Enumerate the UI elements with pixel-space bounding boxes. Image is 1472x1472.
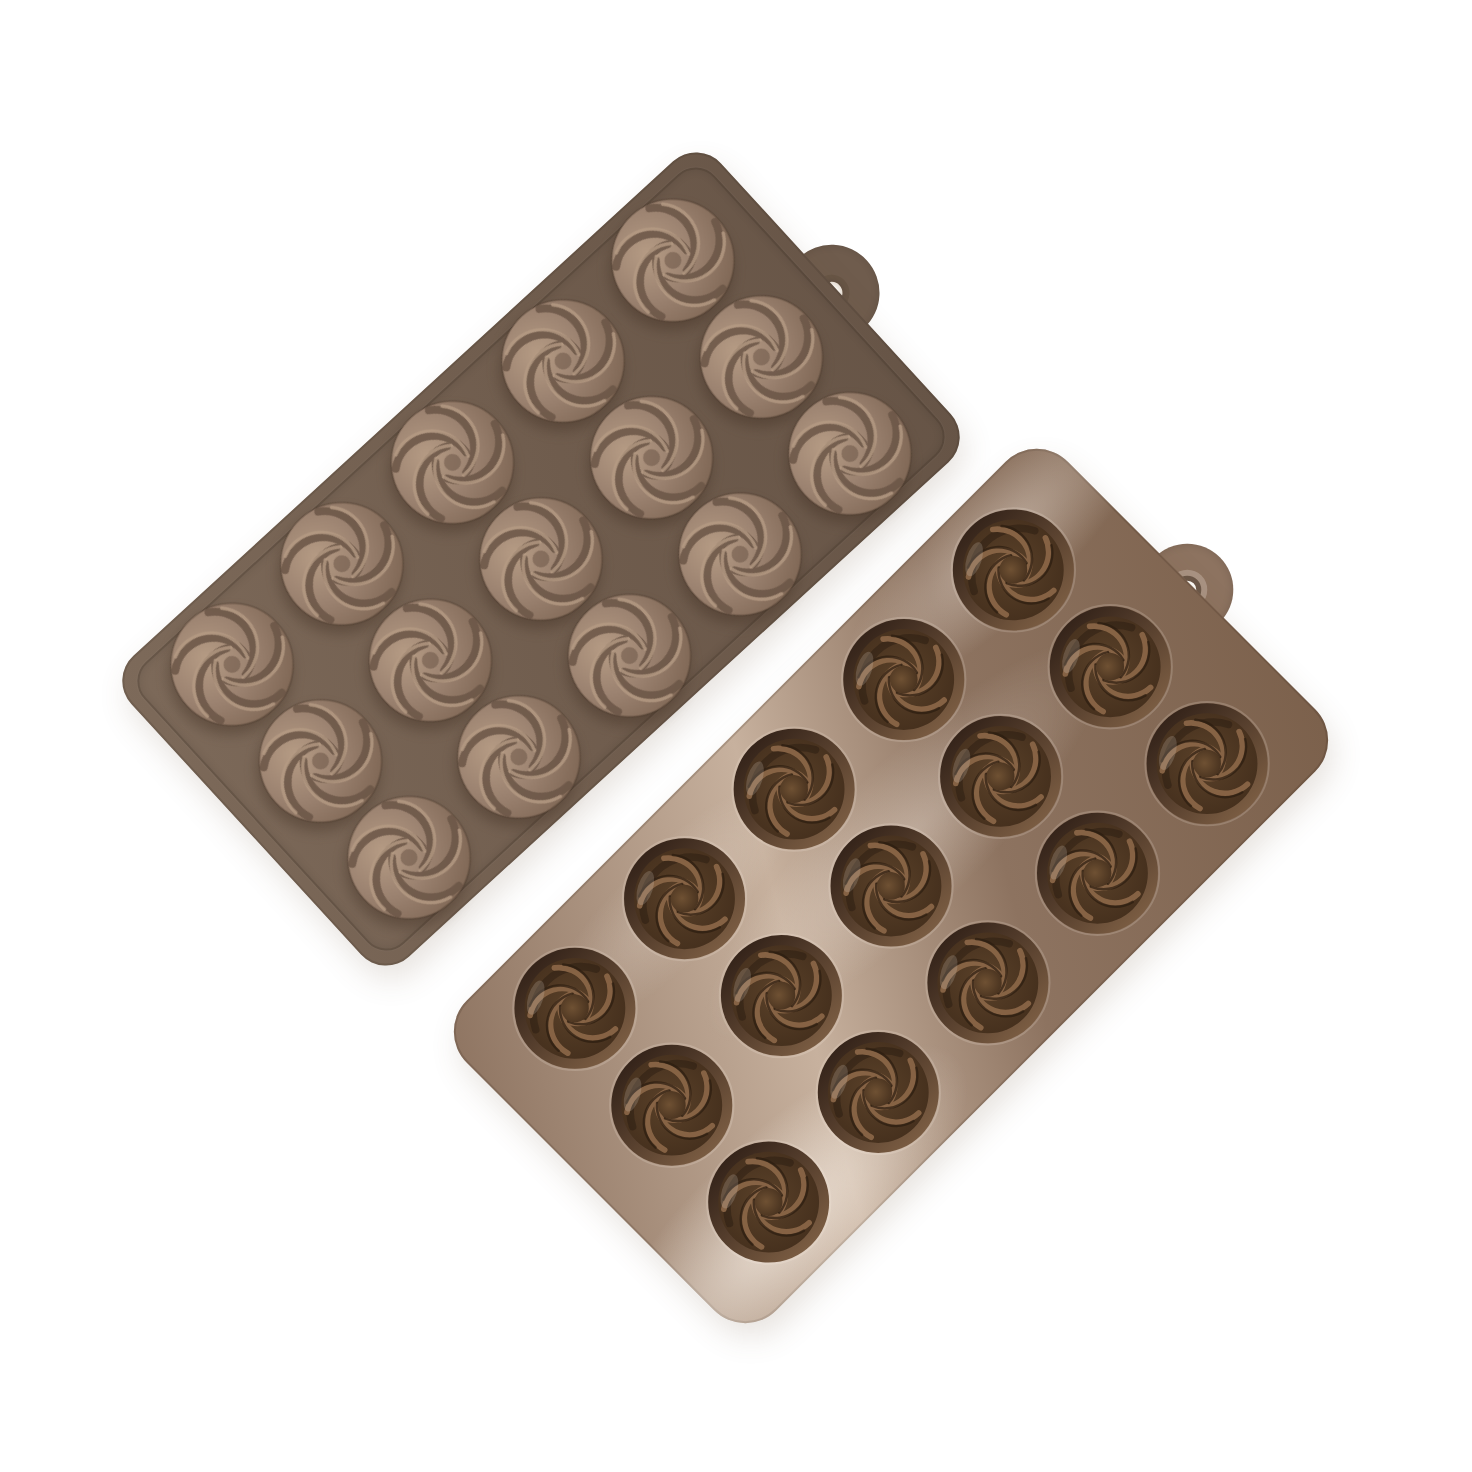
photo-background — [0, 0, 1472, 1472]
